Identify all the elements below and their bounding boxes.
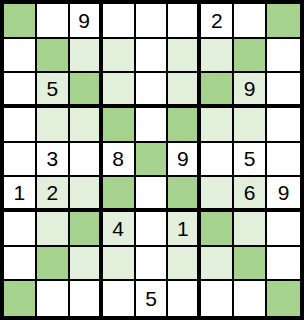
cell-r8c7[interactable] (201, 247, 234, 282)
cell-r8c8[interactable] (234, 247, 267, 282)
cell-r6c4[interactable] (103, 177, 136, 212)
cell-r4c9[interactable] (267, 108, 300, 143)
cell-r3c8[interactable]: 9 (234, 73, 267, 108)
cell-r2c3[interactable] (70, 39, 103, 74)
cell-r9c5[interactable]: 5 (136, 281, 169, 316)
cell-r5c8[interactable]: 5 (234, 143, 267, 178)
cell-r9c8[interactable] (234, 281, 267, 316)
cell-r7c1[interactable] (4, 212, 37, 247)
cell-r5c6[interactable]: 9 (168, 143, 201, 178)
cell-r3c2[interactable]: 5 (37, 73, 70, 108)
cell-r6c1[interactable]: 1 (4, 177, 37, 212)
cell-r6c8[interactable]: 6 (234, 177, 267, 212)
cell-r6c5[interactable] (136, 177, 169, 212)
cell-r7c6[interactable]: 1 (168, 212, 201, 247)
cell-r1c5[interactable] (136, 4, 169, 39)
cell-r2c7[interactable] (201, 39, 234, 74)
cell-r1c9[interactable] (267, 4, 300, 39)
cell-r5c4[interactable]: 8 (103, 143, 136, 178)
cell-r3c4[interactable] (103, 73, 136, 108)
cell-r1c2[interactable] (37, 4, 70, 39)
cell-r7c3[interactable] (70, 212, 103, 247)
cell-r4c8[interactable] (234, 108, 267, 143)
cell-r8c5[interactable] (136, 247, 169, 282)
cell-r4c1[interactable] (4, 108, 37, 143)
cell-r1c3[interactable]: 9 (70, 4, 103, 39)
cell-r2c8[interactable] (234, 39, 267, 74)
cell-r9c9[interactable] (267, 281, 300, 316)
cell-r3c3[interactable] (70, 73, 103, 108)
cell-r2c6[interactable] (168, 39, 201, 74)
cell-r9c2[interactable] (37, 281, 70, 316)
cell-r7c8[interactable] (234, 212, 267, 247)
cell-r3c5[interactable] (136, 73, 169, 108)
cell-r3c7[interactable] (201, 73, 234, 108)
cell-r2c9[interactable] (267, 39, 300, 74)
cell-r3c9[interactable] (267, 73, 300, 108)
cell-r9c1[interactable] (4, 281, 37, 316)
cell-r8c2[interactable] (37, 247, 70, 282)
cell-r4c4[interactable] (103, 108, 136, 143)
cell-r7c9[interactable] (267, 212, 300, 247)
cell-r5c5[interactable] (136, 143, 169, 178)
cell-r8c3[interactable] (70, 247, 103, 282)
cell-r7c7[interactable] (201, 212, 234, 247)
cell-r5c2[interactable]: 3 (37, 143, 70, 178)
cell-r8c4[interactable] (103, 247, 136, 282)
cell-r8c6[interactable] (168, 247, 201, 282)
cell-r4c5[interactable] (136, 108, 169, 143)
cell-r5c1[interactable] (4, 143, 37, 178)
cell-r1c6[interactable] (168, 4, 201, 39)
cell-r9c6[interactable] (168, 281, 201, 316)
cell-r1c7[interactable]: 2 (201, 4, 234, 39)
cell-r4c3[interactable] (70, 108, 103, 143)
cell-r7c5[interactable] (136, 212, 169, 247)
cell-r4c6[interactable] (168, 108, 201, 143)
cell-r1c4[interactable] (103, 4, 136, 39)
cell-r6c7[interactable] (201, 177, 234, 212)
cell-r7c4[interactable]: 4 (103, 212, 136, 247)
cell-r9c4[interactable] (103, 281, 136, 316)
cell-r2c2[interactable] (37, 39, 70, 74)
cell-r6c6[interactable] (168, 177, 201, 212)
cell-r5c7[interactable] (201, 143, 234, 178)
cell-r6c2[interactable]: 2 (37, 177, 70, 212)
cell-r2c5[interactable] (136, 39, 169, 74)
cell-r8c1[interactable] (4, 247, 37, 282)
cell-r4c2[interactable] (37, 108, 70, 143)
sudoku-board: 925938951269415 (0, 0, 304, 320)
cell-r5c9[interactable] (267, 143, 300, 178)
cell-r6c3[interactable] (70, 177, 103, 212)
cell-r5c3[interactable] (70, 143, 103, 178)
cell-r1c8[interactable] (234, 4, 267, 39)
cell-r4c7[interactable] (201, 108, 234, 143)
cell-r2c4[interactable] (103, 39, 136, 74)
cell-r9c3[interactable] (70, 281, 103, 316)
cell-r1c1[interactable] (4, 4, 37, 39)
cell-r8c9[interactable] (267, 247, 300, 282)
cell-r7c2[interactable] (37, 212, 70, 247)
cell-r9c7[interactable] (201, 281, 234, 316)
cell-r3c6[interactable] (168, 73, 201, 108)
cell-r6c9[interactable]: 9 (267, 177, 300, 212)
cell-r2c1[interactable] (4, 39, 37, 74)
cell-r3c1[interactable] (4, 73, 37, 108)
